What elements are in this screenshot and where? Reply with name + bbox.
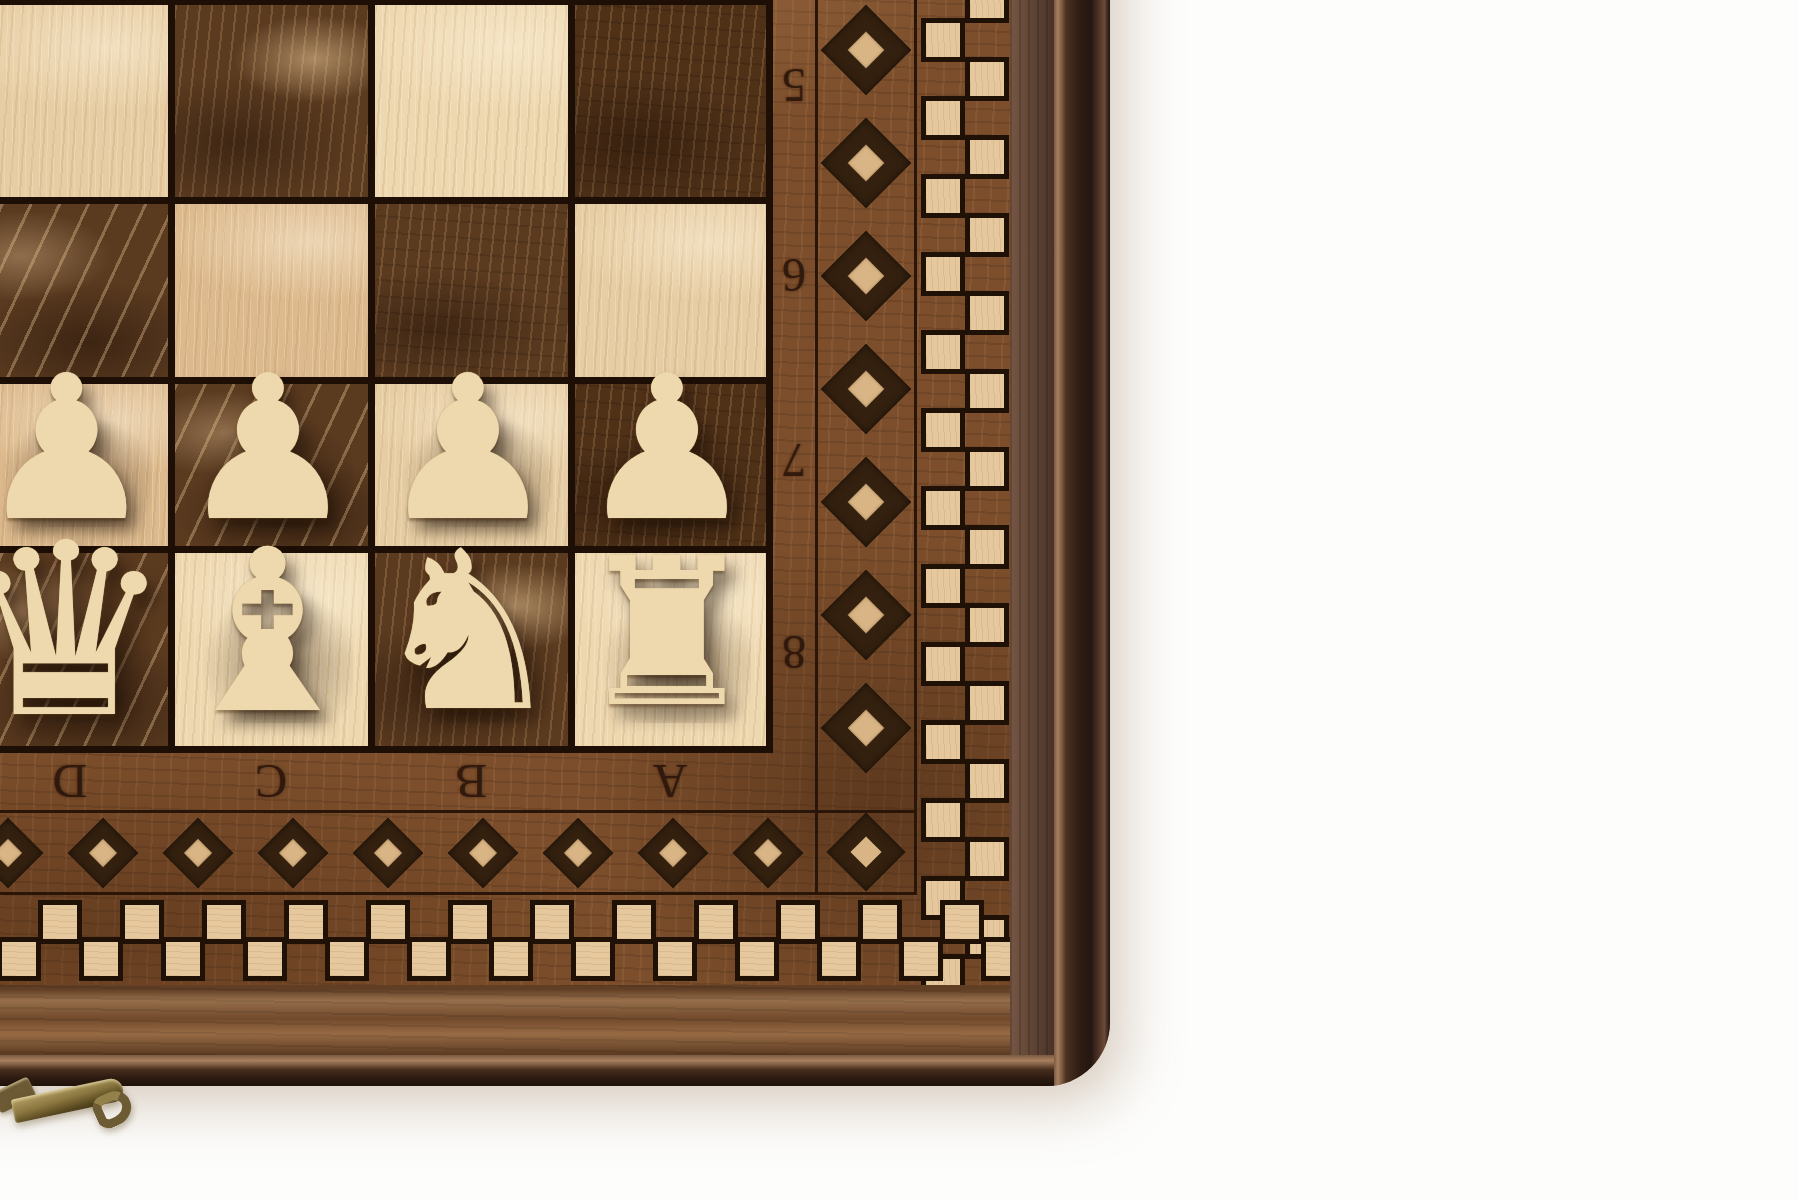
square-d8[interactable]: ♛ <box>0 553 168 746</box>
square-b5[interactable] <box>375 5 568 197</box>
square-c8[interactable]: ♝ <box>175 553 368 746</box>
piece-white-rook-a8[interactable]: ♜ <box>575 531 759 736</box>
piece-white-queen-d8[interactable]: ♛ <box>0 510 173 750</box>
piece-white-knight-b8[interactable]: ♞ <box>369 522 566 742</box>
rank-label-7: 7 <box>764 430 824 490</box>
rank-label-5: 5 <box>764 55 824 115</box>
square-d5[interactable] <box>0 5 168 197</box>
outer-wood-strip-bottom <box>0 985 1010 1055</box>
beveled-edge-bottom <box>0 1055 1054 1086</box>
chess-board-grid: ♟ ♟ ♟ ♟ ♛ ♝ ♞ ♜ <box>0 0 773 753</box>
zipper-ornament-band-bottom <box>0 895 1010 985</box>
brass-latch <box>0 1068 154 1152</box>
outer-wood-strip-right <box>1010 0 1054 1086</box>
square-c5[interactable] <box>175 5 368 197</box>
wooden-chess-board-box: ♟ ♟ ♟ ♟ ♛ ♝ ♞ ♜ <box>0 0 1110 1086</box>
diamond-ornament-band-bottom <box>0 810 917 895</box>
photo-scene: ♟ ♟ ♟ ♟ ♛ ♝ ♞ ♜ <box>0 0 1799 1200</box>
file-label-b: B <box>441 751 501 811</box>
rank-label-6: 6 <box>764 245 824 305</box>
diamond-ornament-band-right <box>815 0 917 895</box>
square-b8[interactable]: ♞ <box>375 553 568 746</box>
rank-labels-gutter: 5 6 7 8 <box>773 0 815 753</box>
square-a5[interactable] <box>575 5 766 197</box>
piece-white-bishop-c8[interactable]: ♝ <box>167 519 369 744</box>
file-label-a: A <box>640 751 700 811</box>
square-a8[interactable]: ♜ <box>575 553 766 746</box>
rank-label-8: 8 <box>764 622 824 682</box>
beveled-edge-right <box>1054 0 1110 1086</box>
zipper-ornament-band-right <box>917 0 1010 985</box>
